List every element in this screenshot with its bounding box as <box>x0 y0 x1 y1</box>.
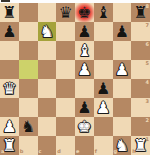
black-pawn-piece[interactable]: ♟ <box>77 98 91 117</box>
square-a5[interactable] <box>0 60 19 79</box>
square-c2[interactable] <box>38 117 57 136</box>
square-g3[interactable] <box>113 98 132 117</box>
square-d5[interactable] <box>56 60 75 79</box>
white-knight-piece[interactable]: ♞ <box>115 136 129 155</box>
square-h2[interactable]: 2 <box>131 117 150 136</box>
square-d4[interactable] <box>56 79 75 98</box>
square-d2[interactable] <box>56 117 75 136</box>
square-c8[interactable] <box>38 3 57 22</box>
square-h8[interactable]: ♜8 <box>131 3 150 22</box>
square-f2[interactable] <box>94 117 113 136</box>
square-d8[interactable]: ♛ <box>56 3 75 22</box>
black-queen-piece[interactable]: ♛ <box>58 3 72 22</box>
square-b5[interactable] <box>19 60 38 79</box>
black-pawn-piece[interactable]: ♟ <box>77 22 91 41</box>
square-g1[interactable]: ♞g <box>113 136 132 155</box>
square-a3[interactable] <box>0 98 19 117</box>
square-f1[interactable]: f <box>94 136 113 155</box>
white-rook-piece[interactable]: ♜ <box>2 136 16 155</box>
square-e7[interactable]: ♟ <box>75 22 94 41</box>
square-e2[interactable]: ♚ <box>75 117 94 136</box>
white-pawn-piece[interactable]: ♟ <box>115 60 129 79</box>
black-rook-piece[interactable]: ♜ <box>2 3 16 22</box>
square-b7[interactable] <box>19 22 38 41</box>
square-f8[interactable]: ♝ <box>94 3 113 22</box>
coord-file-f: f <box>95 149 97 154</box>
white-bishop-piece[interactable]: ♝ <box>77 41 91 60</box>
white-king-piece[interactable]: ♚ <box>77 117 91 136</box>
white-queen-piece[interactable]: ♛ <box>2 79 16 98</box>
square-b3[interactable] <box>19 98 38 117</box>
white-knight-piece[interactable]: ♞ <box>40 22 54 41</box>
coord-file-d: d <box>57 149 61 154</box>
coord-file-b: b <box>20 149 24 154</box>
coord-file-c: c <box>39 149 42 154</box>
square-h7[interactable]: 7 <box>131 22 150 41</box>
square-c7[interactable]: ♞ <box>38 22 57 41</box>
white-pawn-piece[interactable]: ♟ <box>2 117 16 136</box>
square-h4[interactable]: 4 <box>131 79 150 98</box>
coord-rank-3: 3 <box>146 99 149 104</box>
square-g4[interactable] <box>113 79 132 98</box>
white-rook-piece[interactable]: ♜ <box>133 136 147 155</box>
square-a7[interactable]: ♟ <box>0 22 19 41</box>
square-h6[interactable]: 6 <box>131 41 150 60</box>
square-d7[interactable] <box>56 22 75 41</box>
chess-app-screen: ♜♛♚♝♜8♟♞♟♟7♝6♟♟5♛♟4♟♟3♟♞♚2♜abcdef♞g♜1h <box>0 0 150 155</box>
square-b2[interactable]: ♞ <box>19 117 38 136</box>
black-rook-piece[interactable]: ♜ <box>133 3 147 22</box>
coord-rank-7: 7 <box>146 23 149 28</box>
square-d3[interactable] <box>56 98 75 117</box>
square-e5[interactable]: ♟ <box>75 60 94 79</box>
square-f4[interactable]: ♟ <box>94 79 113 98</box>
coord-rank-2: 2 <box>146 118 149 123</box>
square-a6[interactable] <box>0 41 19 60</box>
square-c1[interactable]: c <box>38 136 57 155</box>
black-knight-piece[interactable]: ♞ <box>21 117 35 136</box>
square-f5[interactable] <box>94 60 113 79</box>
square-h5[interactable]: 5 <box>131 60 150 79</box>
square-g6[interactable] <box>113 41 132 60</box>
coord-rank-4: 4 <box>146 80 149 85</box>
coord-rank-6: 6 <box>146 42 149 47</box>
square-g8[interactable] <box>113 3 132 22</box>
square-c6[interactable] <box>38 41 57 60</box>
white-pawn-piece[interactable]: ♟ <box>96 98 110 117</box>
black-pawn-piece[interactable]: ♟ <box>96 79 110 98</box>
coord-rank-5: 5 <box>146 61 149 66</box>
black-king-piece[interactable]: ♚ <box>77 3 91 22</box>
square-b4[interactable] <box>19 79 38 98</box>
square-c5[interactable] <box>38 60 57 79</box>
white-pawn-piece[interactable]: ♟ <box>77 60 91 79</box>
square-d1[interactable]: d <box>56 136 75 155</box>
square-e8[interactable]: ♚ <box>75 3 94 22</box>
square-a4[interactable]: ♛ <box>0 79 19 98</box>
square-a2[interactable]: ♟ <box>0 117 19 136</box>
square-c3[interactable] <box>38 98 57 117</box>
square-g5[interactable]: ♟ <box>113 60 132 79</box>
square-b1[interactable]: b <box>19 136 38 155</box>
square-b8[interactable] <box>19 3 38 22</box>
clipped-text-artifact <box>1 0 10 2</box>
black-pawn-piece[interactable]: ♟ <box>2 22 16 41</box>
square-g7[interactable]: ♟ <box>113 22 132 41</box>
square-e6[interactable]: ♝ <box>75 41 94 60</box>
square-b6[interactable] <box>19 41 38 60</box>
square-h3[interactable]: 3 <box>131 98 150 117</box>
black-pawn-piece[interactable]: ♟ <box>115 22 129 41</box>
square-e4[interactable] <box>75 79 94 98</box>
square-e1[interactable]: e <box>75 136 94 155</box>
square-a1[interactable]: ♜a <box>0 136 19 155</box>
square-f6[interactable] <box>94 41 113 60</box>
black-bishop-piece[interactable]: ♝ <box>96 3 110 22</box>
square-g2[interactable] <box>113 117 132 136</box>
square-h1[interactable]: ♜1h <box>131 136 150 155</box>
square-a8[interactable]: ♜ <box>0 3 19 22</box>
square-c4[interactable] <box>38 79 57 98</box>
square-f3[interactable]: ♟ <box>94 98 113 117</box>
chess-board[interactable]: ♜♛♚♝♜8♟♞♟♟7♝6♟♟5♛♟4♟♟3♟♞♚2♜abcdef♞g♜1h <box>0 3 150 155</box>
square-d6[interactable] <box>56 41 75 60</box>
coord-file-e: e <box>76 149 79 154</box>
square-f7[interactable] <box>94 22 113 41</box>
square-e3[interactable]: ♟ <box>75 98 94 117</box>
